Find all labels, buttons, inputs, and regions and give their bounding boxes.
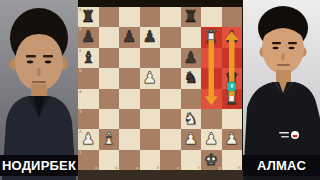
rank-label-1: 1 <box>79 151 81 155</box>
square-h1[interactable]: h <box>222 150 243 170</box>
white-pawn-d5[interactable]: ♟ <box>140 68 161 88</box>
square-d4[interactable] <box>140 89 161 109</box>
square-b2[interactable]: ♝ <box>99 129 120 149</box>
brilliant-move-badge: !! <box>227 82 236 91</box>
rank-label-4: 4 <box>79 90 81 94</box>
square-c8[interactable] <box>119 7 140 27</box>
right-player-name: АЛМАС <box>243 155 320 176</box>
black-pawn-f6[interactable]: ♟ <box>181 48 202 68</box>
square-d6[interactable] <box>140 48 161 68</box>
square-f2[interactable]: ♟ <box>181 129 202 149</box>
square-g8[interactable] <box>201 7 222 27</box>
black-knight-f5[interactable]: ♞ <box>181 68 202 88</box>
white-pawn-h2[interactable]: ♟ <box>222 129 243 149</box>
square-h4[interactable]: ♜ <box>222 89 243 109</box>
left-player-photo <box>0 0 78 180</box>
square-d7[interactable]: ♟ <box>140 27 161 47</box>
square-c4[interactable] <box>119 89 140 109</box>
square-c3[interactable] <box>119 109 140 129</box>
square-a1[interactable]: 1a <box>78 150 99 170</box>
square-f3[interactable]: ♞ <box>181 109 202 129</box>
square-a7[interactable]: 7♟ <box>78 27 99 47</box>
square-a8[interactable]: 8♜ <box>78 7 99 27</box>
chess-board: 8♜♜7♟♟♟♜♟6♝♟5♟♞♛4♜3♞2♟♝♟♟♟1abcdefg♚h <box>78 7 242 170</box>
square-f1[interactable]: f <box>181 150 202 170</box>
black-pawn-d7[interactable]: ♟ <box>140 27 161 47</box>
square-b4[interactable] <box>99 89 120 109</box>
right-player-panel: АЛМАС <box>243 0 320 180</box>
white-bishop-b2[interactable]: ♝ <box>99 129 120 149</box>
square-d2[interactable] <box>140 129 161 149</box>
black-pawn-h7[interactable]: ♟ <box>222 27 243 47</box>
rank-label-3: 3 <box>79 110 81 114</box>
square-e2[interactable] <box>160 129 181 149</box>
square-g7[interactable]: ♜ <box>201 27 222 47</box>
board-zone: 8♜♜7♟♟♟♜♟6♝♟5♟♞♛4♜3♞2♟♝♟♟♟1abcdefg♚h !! <box>78 7 242 170</box>
square-h2[interactable]: ♟ <box>222 129 243 149</box>
square-e5[interactable] <box>160 68 181 88</box>
square-c1[interactable]: c <box>119 150 140 170</box>
square-f7[interactable] <box>181 27 202 47</box>
square-e4[interactable] <box>160 89 181 109</box>
square-e8[interactable] <box>160 7 181 27</box>
square-b8[interactable] <box>99 7 120 27</box>
square-g3[interactable] <box>201 109 222 129</box>
square-c5[interactable] <box>119 68 140 88</box>
black-rook-f8[interactable]: ♜ <box>181 7 202 27</box>
square-d5[interactable]: ♟ <box>140 68 161 88</box>
white-knight-f3[interactable]: ♞ <box>181 109 202 129</box>
rank-label-5: 5 <box>79 69 81 73</box>
square-a4[interactable]: 4 <box>78 89 99 109</box>
square-d3[interactable] <box>140 109 161 129</box>
white-pawn-f2[interactable]: ♟ <box>181 129 202 149</box>
square-f5[interactable]: ♞ <box>181 68 202 88</box>
white-pawn-a2[interactable]: ♟ <box>78 129 99 149</box>
square-b5[interactable] <box>99 68 120 88</box>
square-f6[interactable]: ♟ <box>181 48 202 68</box>
square-h7[interactable]: ♟ <box>222 27 243 47</box>
black-bishop-a6[interactable]: ♝ <box>78 48 99 68</box>
square-d1[interactable]: d <box>140 150 161 170</box>
square-h3[interactable] <box>222 109 243 129</box>
black-pawn-a7[interactable]: ♟ <box>78 27 99 47</box>
square-a3[interactable]: 3 <box>78 109 99 129</box>
square-a5[interactable]: 5 <box>78 68 99 88</box>
square-e6[interactable] <box>160 48 181 68</box>
white-king-g1[interactable]: ♚ <box>201 150 222 170</box>
square-c2[interactable] <box>119 129 140 149</box>
white-rook-h4[interactable]: ♜ <box>222 89 243 109</box>
square-c7[interactable]: ♟ <box>119 27 140 47</box>
square-b7[interactable] <box>99 27 120 47</box>
left-player-panel: НОДИРБЕК <box>0 0 78 180</box>
square-h8[interactable] <box>222 7 243 27</box>
board-shadow-strip <box>78 170 243 180</box>
square-h6[interactable] <box>222 48 243 68</box>
square-g5[interactable] <box>201 68 222 88</box>
white-rook-g7[interactable]: ♜ <box>201 27 222 47</box>
square-b3[interactable] <box>99 109 120 129</box>
square-e1[interactable]: e <box>160 150 181 170</box>
square-b1[interactable]: b <box>99 150 120 170</box>
square-d8[interactable] <box>140 7 161 27</box>
square-e3[interactable] <box>160 109 181 129</box>
square-f8[interactable]: ♜ <box>181 7 202 27</box>
white-pawn-g2[interactable]: ♟ <box>201 129 222 149</box>
square-c6[interactable] <box>119 48 140 68</box>
square-b6[interactable] <box>99 48 120 68</box>
square-f4[interactable] <box>181 89 202 109</box>
right-player-photo <box>243 0 320 180</box>
black-pawn-c7[interactable]: ♟ <box>119 27 140 47</box>
black-rook-a8[interactable]: ♜ <box>78 7 99 27</box>
square-g2[interactable]: ♟ <box>201 129 222 149</box>
square-e7[interactable] <box>160 27 181 47</box>
square-g6[interactable] <box>201 48 222 68</box>
square-g4[interactable] <box>201 89 222 109</box>
square-a2[interactable]: 2♟ <box>78 129 99 149</box>
square-a6[interactable]: 6♝ <box>78 48 99 68</box>
square-g1[interactable]: g♚ <box>201 150 222 170</box>
left-player-name: НОДИРБЕК <box>0 155 78 176</box>
